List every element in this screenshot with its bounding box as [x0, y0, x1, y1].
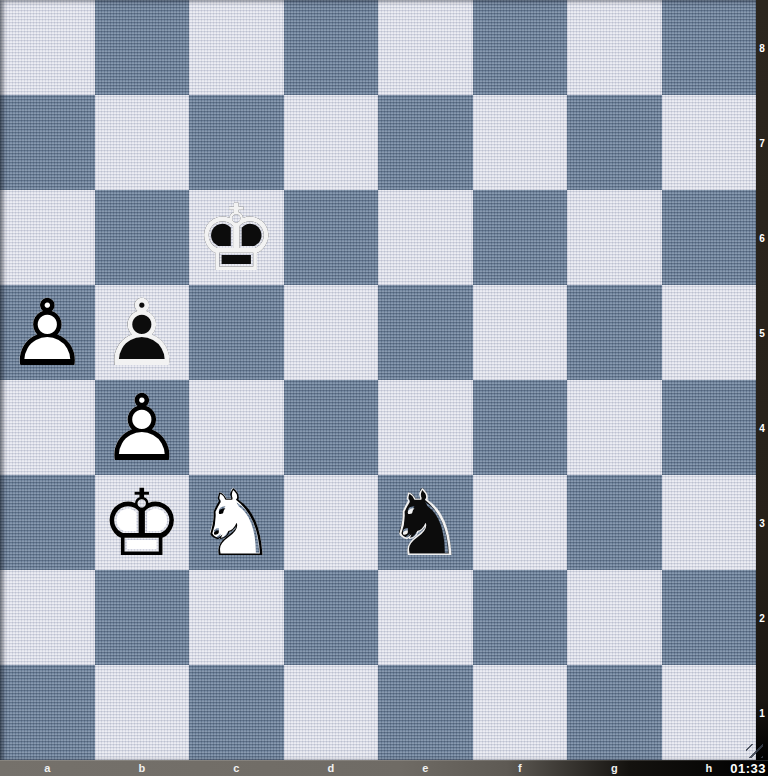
square-a4[interactable]: [0, 380, 95, 475]
file-label-g: g: [611, 761, 618, 776]
square-b4[interactable]: ♟♙: [95, 380, 190, 475]
square-a2[interactable]: [0, 570, 95, 665]
piece-white-pawn-b4[interactable]: ♟♙: [95, 380, 190, 475]
square-h4[interactable]: [662, 380, 757, 475]
square-f8[interactable]: [473, 0, 568, 95]
square-d4[interactable]: [284, 380, 379, 475]
file-label-h: h: [705, 761, 712, 776]
square-d1[interactable]: [284, 665, 379, 760]
game-clock: 01:33: [730, 761, 766, 776]
square-c4[interactable]: [189, 380, 284, 475]
piece-white-king-b3[interactable]: ♚♔: [95, 475, 190, 570]
piece-black-king-c6[interactable]: ♚♔: [189, 190, 284, 285]
square-g7[interactable]: [567, 95, 662, 190]
piece-white-knight-c3[interactable]: ♞♘: [189, 475, 284, 570]
square-b2[interactable]: [95, 570, 190, 665]
file-coordinate-bar: abcdefgh: [0, 760, 768, 776]
white-pawn-glyph: ♟: [0, 286, 95, 381]
piece-white-pawn-a5[interactable]: ♟♙: [0, 285, 95, 380]
piece-black-pawn-b5[interactable]: ♟♙: [95, 285, 190, 380]
file-label-b: b: [138, 761, 145, 776]
square-d6[interactable]: [284, 190, 379, 285]
white-knight-glyph: ♞: [189, 476, 284, 571]
square-a5[interactable]: ♟♙: [0, 285, 95, 380]
square-f2[interactable]: [473, 570, 568, 665]
square-f3[interactable]: [473, 475, 568, 570]
square-g8[interactable]: [567, 0, 662, 95]
square-e1[interactable]: [378, 665, 473, 760]
square-g2[interactable]: [567, 570, 662, 665]
square-e8[interactable]: [378, 0, 473, 95]
square-a6[interactable]: [0, 190, 95, 285]
square-c1[interactable]: [189, 665, 284, 760]
square-a8[interactable]: [0, 0, 95, 95]
square-f7[interactable]: [473, 95, 568, 190]
rank-label-7: 7: [756, 137, 768, 148]
black-pawn-outline: ♙: [95, 286, 190, 381]
square-c2[interactable]: [189, 570, 284, 665]
square-f5[interactable]: [473, 285, 568, 380]
rank-label-6: 6: [756, 232, 768, 243]
rank-label-8: 8: [756, 42, 768, 53]
square-c5[interactable]: [189, 285, 284, 380]
file-label-a: a: [44, 761, 50, 776]
rank-label-3: 3: [756, 517, 768, 528]
square-g3[interactable]: [567, 475, 662, 570]
rank-label-1: 1: [756, 707, 768, 718]
black-knight-glyph: ♞: [378, 476, 473, 571]
square-f6[interactable]: [473, 190, 568, 285]
square-a3[interactable]: [0, 475, 95, 570]
square-h5[interactable]: [662, 285, 757, 380]
square-h8[interactable]: [662, 0, 757, 95]
rank-coordinate-strip: 87654321: [756, 0, 768, 760]
white-pawn-outline: ♙: [95, 381, 190, 476]
square-f1[interactable]: [473, 665, 568, 760]
white-pawn-glyph: ♟: [95, 381, 190, 476]
square-d2[interactable]: [284, 570, 379, 665]
square-e5[interactable]: [378, 285, 473, 380]
white-king-outline: ♔: [95, 476, 190, 571]
square-e3[interactable]: ♞♘: [378, 475, 473, 570]
board: ♚♔♟♙♟♙♟♙♚♔♞♘♞♘: [0, 0, 756, 760]
black-king-outline: ♔: [189, 191, 284, 286]
square-g5[interactable]: [567, 285, 662, 380]
square-e6[interactable]: [378, 190, 473, 285]
square-h2[interactable]: [662, 570, 757, 665]
square-f4[interactable]: [473, 380, 568, 475]
square-d3[interactable]: [284, 475, 379, 570]
file-label-d: d: [327, 761, 334, 776]
square-e7[interactable]: [378, 95, 473, 190]
square-c3[interactable]: ♞♘: [189, 475, 284, 570]
square-b3[interactable]: ♚♔: [95, 475, 190, 570]
square-e2[interactable]: [378, 570, 473, 665]
square-b6[interactable]: [95, 190, 190, 285]
rank-label-5: 5: [756, 327, 768, 338]
square-d7[interactable]: [284, 95, 379, 190]
square-c6[interactable]: ♚♔: [189, 190, 284, 285]
black-knight-outline: ♘: [378, 476, 473, 571]
rank-label-4: 4: [756, 422, 768, 433]
square-c8[interactable]: [189, 0, 284, 95]
square-a7[interactable]: [0, 95, 95, 190]
square-b5[interactable]: ♟♙: [95, 285, 190, 380]
square-b1[interactable]: [95, 665, 190, 760]
square-b7[interactable]: [95, 95, 190, 190]
file-label-c: c: [233, 761, 239, 776]
white-pawn-outline: ♙: [0, 286, 95, 381]
square-b8[interactable]: [95, 0, 190, 95]
file-label-e: e: [422, 761, 428, 776]
square-h3[interactable]: [662, 475, 757, 570]
chess-app-window: ♚♔♟♙♟♙♟♙♚♔♞♘♞♘ 87654321 abcdefgh 01:33: [0, 0, 768, 776]
file-label-f: f: [518, 761, 522, 776]
square-h6[interactable]: [662, 190, 757, 285]
square-g4[interactable]: [567, 380, 662, 475]
white-knight-outline: ♘: [189, 476, 284, 571]
square-e4[interactable]: [378, 380, 473, 475]
rank-label-2: 2: [756, 612, 768, 623]
square-c7[interactable]: [189, 95, 284, 190]
square-d5[interactable]: [284, 285, 379, 380]
square-d8[interactable]: [284, 0, 379, 95]
white-king-glyph: ♚: [95, 476, 190, 571]
square-h7[interactable]: [662, 95, 757, 190]
black-king-glyph: ♚: [189, 191, 284, 286]
square-h1[interactable]: [662, 665, 757, 760]
black-pawn-glyph: ♟: [95, 286, 190, 381]
square-g6[interactable]: [567, 190, 662, 285]
resize-handle-icon[interactable]: [746, 744, 763, 758]
piece-black-knight-e3[interactable]: ♞♘: [378, 475, 473, 570]
square-g1[interactable]: [567, 665, 662, 760]
square-a1[interactable]: [0, 665, 95, 760]
